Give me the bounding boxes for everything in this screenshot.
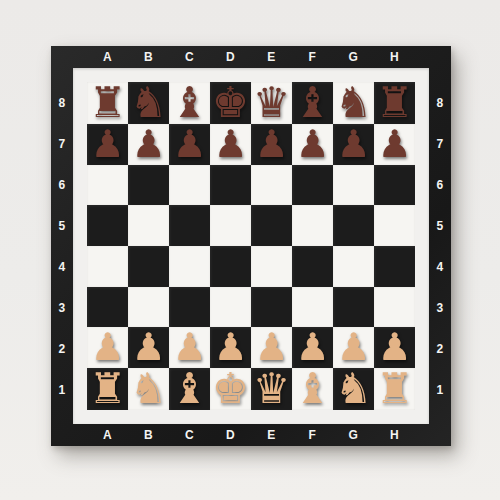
square-e7[interactable]: ♟ bbox=[251, 124, 292, 165]
square-c2[interactable]: ♟ bbox=[169, 327, 210, 368]
dark-knight-g8[interactable]: ♞ bbox=[335, 82, 373, 124]
file-label-e: E bbox=[267, 428, 276, 442]
square-c6[interactable] bbox=[169, 165, 210, 206]
dark-queen-e8[interactable]: ♛ bbox=[253, 82, 291, 124]
rank-label-4: 4 bbox=[436, 260, 443, 274]
light-king-d1[interactable]: ♚ bbox=[212, 368, 250, 410]
square-c7[interactable]: ♟ bbox=[169, 124, 210, 165]
light-pawn-c2[interactable]: ♟ bbox=[172, 328, 206, 366]
square-c1[interactable]: ♝ bbox=[169, 368, 210, 410]
square-h7[interactable]: ♟ bbox=[374, 124, 415, 165]
rank-label-2: 2 bbox=[58, 342, 65, 356]
square-b1[interactable]: ♞ bbox=[128, 368, 169, 410]
file-label-g: G bbox=[349, 428, 359, 442]
square-a6[interactable] bbox=[87, 165, 128, 206]
light-pawn-h2[interactable]: ♟ bbox=[377, 328, 411, 366]
light-bishop-c1[interactable]: ♝ bbox=[171, 368, 209, 410]
square-a7[interactable]: ♟ bbox=[87, 124, 128, 165]
square-e6[interactable] bbox=[251, 165, 292, 206]
square-c8[interactable]: ♝ bbox=[169, 82, 210, 124]
square-a5[interactable] bbox=[87, 205, 128, 246]
square-d1[interactable]: ♚ bbox=[210, 368, 251, 410]
dark-pawn-f7[interactable]: ♟ bbox=[295, 125, 329, 163]
square-d2[interactable]: ♟ bbox=[210, 327, 251, 368]
square-g8[interactable]: ♞ bbox=[333, 82, 374, 124]
file-label-h: H bbox=[390, 50, 399, 64]
rank-label-5: 5 bbox=[58, 219, 65, 233]
light-pawn-d2[interactable]: ♟ bbox=[213, 328, 247, 366]
square-d8[interactable]: ♚ bbox=[210, 82, 251, 124]
dark-pawn-d7[interactable]: ♟ bbox=[213, 125, 247, 163]
file-labels-bottom: ABCDEFGH bbox=[87, 424, 415, 446]
square-b4[interactable] bbox=[128, 246, 169, 287]
rank-label-7: 7 bbox=[58, 137, 65, 151]
square-h4[interactable] bbox=[374, 246, 415, 287]
rank-label-6: 6 bbox=[58, 178, 65, 192]
square-c3[interactable] bbox=[169, 287, 210, 328]
dark-king-d8[interactable]: ♚ bbox=[212, 82, 250, 124]
square-e2[interactable]: ♟ bbox=[251, 327, 292, 368]
square-a1[interactable]: ♜ bbox=[87, 368, 128, 410]
square-a8[interactable]: ♜ bbox=[87, 82, 128, 124]
dark-pawn-c7[interactable]: ♟ bbox=[172, 125, 206, 163]
square-h8[interactable]: ♜ bbox=[374, 82, 415, 124]
dark-bishop-f8[interactable]: ♝ bbox=[294, 82, 332, 124]
wall-background: ABCDEFGH ABCDEFGH 87654321 87654321 ♜♞♝♚… bbox=[0, 0, 500, 500]
light-rook-a1[interactable]: ♜ bbox=[89, 368, 127, 410]
file-label-c: C bbox=[185, 428, 194, 442]
square-f7[interactable]: ♟ bbox=[292, 124, 333, 165]
square-a2[interactable]: ♟ bbox=[87, 327, 128, 368]
file-label-h: H bbox=[390, 428, 399, 442]
demonstration-chessboard: ABCDEFGH ABCDEFGH 87654321 87654321 ♜♞♝♚… bbox=[51, 46, 451, 446]
rank-label-8: 8 bbox=[436, 96, 443, 110]
square-f5[interactable] bbox=[292, 205, 333, 246]
light-rook-h1[interactable]: ♜ bbox=[376, 368, 414, 410]
square-g5[interactable] bbox=[333, 205, 374, 246]
square-f6[interactable] bbox=[292, 165, 333, 206]
dark-pawn-a7[interactable]: ♟ bbox=[90, 125, 124, 163]
file-label-a: A bbox=[103, 50, 112, 64]
dark-rook-a8[interactable]: ♜ bbox=[89, 82, 127, 124]
rank-label-6: 6 bbox=[436, 178, 443, 192]
square-h6[interactable] bbox=[374, 165, 415, 206]
file-label-f: F bbox=[309, 428, 317, 442]
square-f1[interactable]: ♝ bbox=[292, 368, 333, 410]
rank-label-1: 1 bbox=[58, 383, 65, 397]
dark-rook-h8[interactable]: ♜ bbox=[376, 82, 414, 124]
dark-pawn-e7[interactable]: ♟ bbox=[254, 125, 288, 163]
square-b7[interactable]: ♟ bbox=[128, 124, 169, 165]
rank-labels-left: 87654321 bbox=[51, 82, 73, 410]
square-h1[interactable]: ♜ bbox=[374, 368, 415, 410]
square-h3[interactable] bbox=[374, 287, 415, 328]
square-h5[interactable] bbox=[374, 205, 415, 246]
square-d3[interactable] bbox=[210, 287, 251, 328]
square-g6[interactable] bbox=[333, 165, 374, 206]
square-b8[interactable]: ♞ bbox=[128, 82, 169, 124]
light-pawn-b2[interactable]: ♟ bbox=[131, 328, 165, 366]
rank-label-2: 2 bbox=[436, 342, 443, 356]
file-label-f: F bbox=[309, 50, 317, 64]
square-e5[interactable] bbox=[251, 205, 292, 246]
square-d5[interactable] bbox=[210, 205, 251, 246]
dark-bishop-c8[interactable]: ♝ bbox=[171, 82, 209, 124]
square-a3[interactable] bbox=[87, 287, 128, 328]
square-a4[interactable] bbox=[87, 246, 128, 287]
light-pawn-f2[interactable]: ♟ bbox=[295, 328, 329, 366]
square-c4[interactable] bbox=[169, 246, 210, 287]
rank-labels-right: 87654321 bbox=[429, 82, 451, 410]
square-g1[interactable]: ♞ bbox=[333, 368, 374, 410]
dark-knight-b8[interactable]: ♞ bbox=[130, 82, 168, 124]
square-f4[interactable] bbox=[292, 246, 333, 287]
light-bishop-f1[interactable]: ♝ bbox=[294, 368, 332, 410]
dark-pawn-b7[interactable]: ♟ bbox=[131, 125, 165, 163]
square-f8[interactable]: ♝ bbox=[292, 82, 333, 124]
file-label-d: D bbox=[226, 50, 235, 64]
rank-label-3: 3 bbox=[58, 301, 65, 315]
square-e4[interactable] bbox=[251, 246, 292, 287]
dark-pawn-g7[interactable]: ♟ bbox=[336, 125, 370, 163]
square-f2[interactable]: ♟ bbox=[292, 327, 333, 368]
square-b2[interactable]: ♟ bbox=[128, 327, 169, 368]
light-queen-e1[interactable]: ♛ bbox=[253, 368, 291, 410]
dark-pawn-h7[interactable]: ♟ bbox=[377, 125, 411, 163]
square-g4[interactable] bbox=[333, 246, 374, 287]
square-b6[interactable] bbox=[128, 165, 169, 206]
square-e3[interactable] bbox=[251, 287, 292, 328]
light-knight-g1[interactable]: ♞ bbox=[335, 368, 373, 410]
checkerboard: ♜♞♝♚♛♝♞♜♟♟♟♟♟♟♟♟♟♟♟♟♟♟♟♟♜♞♝♚♛♝♞♜ bbox=[87, 82, 415, 410]
square-b5[interactable] bbox=[128, 205, 169, 246]
square-g7[interactable]: ♟ bbox=[333, 124, 374, 165]
square-h2[interactable]: ♟ bbox=[374, 327, 415, 368]
square-c5[interactable] bbox=[169, 205, 210, 246]
square-g3[interactable] bbox=[333, 287, 374, 328]
square-d7[interactable]: ♟ bbox=[210, 124, 251, 165]
file-label-a: A bbox=[103, 428, 112, 442]
file-labels-top: ABCDEFGH bbox=[87, 46, 415, 68]
rank-label-7: 7 bbox=[436, 137, 443, 151]
file-label-b: B bbox=[144, 428, 153, 442]
rank-label-3: 3 bbox=[436, 301, 443, 315]
light-pawn-g2[interactable]: ♟ bbox=[336, 328, 370, 366]
file-label-b: B bbox=[144, 50, 153, 64]
square-e8[interactable]: ♛ bbox=[251, 82, 292, 124]
rank-label-4: 4 bbox=[58, 260, 65, 274]
square-g2[interactable]: ♟ bbox=[333, 327, 374, 368]
rank-label-5: 5 bbox=[436, 219, 443, 233]
file-label-e: E bbox=[267, 50, 276, 64]
file-label-c: C bbox=[185, 50, 194, 64]
square-f3[interactable] bbox=[292, 287, 333, 328]
light-pawn-e2[interactable]: ♟ bbox=[254, 328, 288, 366]
light-knight-b1[interactable]: ♞ bbox=[130, 368, 168, 410]
square-d4[interactable] bbox=[210, 246, 251, 287]
rank-label-8: 8 bbox=[58, 96, 65, 110]
square-d6[interactable] bbox=[210, 165, 251, 206]
square-b3[interactable] bbox=[128, 287, 169, 328]
square-e1[interactable]: ♛ bbox=[251, 368, 292, 410]
file-label-d: D bbox=[226, 428, 235, 442]
rank-label-1: 1 bbox=[436, 383, 443, 397]
light-pawn-a2[interactable]: ♟ bbox=[90, 328, 124, 366]
file-label-g: G bbox=[349, 50, 359, 64]
